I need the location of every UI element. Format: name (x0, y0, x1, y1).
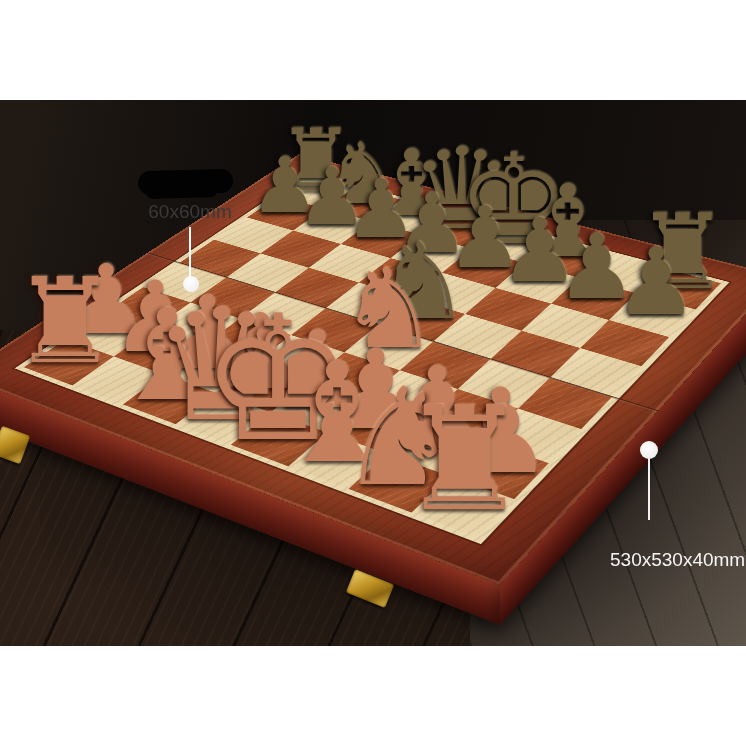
censor-bar (138, 169, 234, 195)
top-white-band (0, 0, 746, 100)
board-size-label: 530x530x40mm (610, 549, 745, 571)
photo-area: ♜♞♝♛♚♝♜♟♟♟♟♟♟♟♟♞♞♟♟♟♟♟♟♟♟♜♝♛♚♝♞♜ 60x60mm… (0, 100, 746, 646)
board-size-callout-dot (640, 441, 658, 459)
bottom-white-band (0, 646, 746, 746)
board-size-callout-line (648, 458, 650, 520)
square-size-callout-dot (183, 276, 199, 292)
square-size-callout-line (189, 227, 191, 278)
square-size-label: 60x60mm (132, 201, 248, 223)
